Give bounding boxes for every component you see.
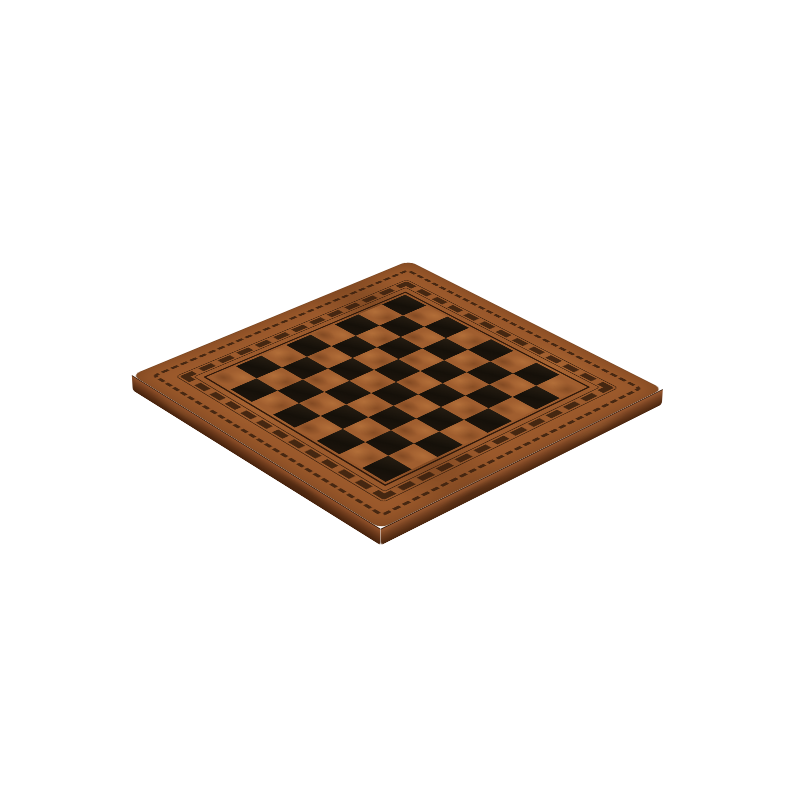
board-square — [317, 429, 366, 454]
board-square — [394, 394, 441, 418]
board-square — [464, 408, 512, 433]
board-square — [465, 384, 512, 408]
board-square — [368, 406, 416, 431]
board-square — [278, 380, 325, 404]
board-square — [418, 383, 465, 407]
board-square — [441, 396, 489, 420]
chess-board — [132, 261, 663, 529]
board-square — [321, 404, 369, 428]
board-square — [488, 397, 536, 421]
board-square — [371, 382, 418, 406]
board-square — [273, 403, 321, 427]
board-square — [362, 456, 412, 482]
board-square — [365, 430, 414, 455]
checkerboard — [210, 295, 583, 482]
board-square — [439, 420, 487, 445]
board-square — [339, 442, 388, 468]
board-top-face — [132, 261, 663, 529]
board-square — [391, 419, 439, 444]
board-square — [416, 407, 464, 432]
board-square — [343, 417, 391, 442]
board-square — [299, 392, 346, 416]
board-square — [513, 386, 560, 410]
board-square — [414, 432, 463, 457]
board-square — [252, 391, 299, 415]
board-square — [295, 416, 343, 441]
board-square — [346, 393, 393, 417]
board-square — [388, 443, 437, 469]
board-square — [324, 381, 371, 405]
